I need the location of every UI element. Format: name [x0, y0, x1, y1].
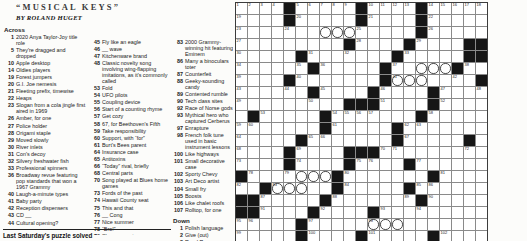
- puzzle-title: “MUSICAL KEYS”: [16, 2, 236, 12]
- clue-text: Song played at Blues home games: [102, 178, 169, 190]
- clue: 40Laugh-a-minute types: [3, 192, 86, 198]
- grid-cell: 12: [392, 3, 403, 14]
- grid-cell: 69: [296, 147, 307, 158]
- grid-cell-circled: [320, 27, 331, 38]
- grid-cell-circled: [392, 219, 403, 230]
- clue: 29Moved slowly: [3, 138, 86, 144]
- grid-cell: [464, 231, 475, 241]
- clue-text: Kitchenware brand: [102, 54, 169, 60]
- grid-cell: [284, 99, 295, 110]
- grid-cell: [236, 111, 247, 122]
- grid-cell: [296, 123, 307, 134]
- cell-number: 100: [309, 231, 316, 235]
- grid-cell: 68: [236, 147, 247, 158]
- cell-number: 62: [405, 123, 409, 127]
- clue-text: Origami staple: [16, 131, 86, 137]
- clue: 86Many a binoculars toter: [172, 59, 233, 71]
- grid-cell: 33: [404, 51, 415, 62]
- grid-cell: 7: [320, 3, 331, 14]
- black-square: [344, 99, 355, 110]
- grid-cell: [320, 75, 331, 86]
- grid-cell: [308, 15, 319, 26]
- grid-cell: [248, 39, 259, 50]
- clue: 28Origami staple: [3, 131, 86, 137]
- grid-cell: [416, 87, 427, 98]
- puzzle-header: “MUSICAL KEYS” BY ROLAND HUGET: [16, 2, 236, 21]
- grid-cell: [380, 231, 391, 241]
- grid-cell: [296, 111, 307, 122]
- grid-cell: [404, 87, 415, 98]
- grid-cell: [464, 75, 475, 86]
- grid-cell: [308, 39, 319, 50]
- grid-cell: [440, 51, 451, 62]
- grid-cell: [416, 147, 427, 158]
- grid-cell: 50: [308, 99, 319, 110]
- grid-cell: [332, 87, 343, 98]
- cell-number: 12: [393, 3, 397, 7]
- black-square: [296, 219, 307, 230]
- clue: 26Amber, for one: [3, 116, 86, 122]
- clue-text: Silvery freshwater fish: [16, 159, 86, 165]
- clue-number: 29: [3, 138, 16, 144]
- grid-cell: [284, 219, 295, 230]
- cell-number: 39: [237, 75, 241, 79]
- clue-text: Boosts: [185, 194, 233, 200]
- grid-cell: [440, 147, 451, 158]
- clue: 46__ wave: [89, 47, 169, 53]
- grid-cell-circled: [320, 171, 331, 182]
- cell-number: 1: [237, 3, 239, 7]
- grid-cell: [296, 207, 307, 218]
- clue-number: 26: [3, 116, 16, 122]
- grid-cell: 36: [320, 63, 331, 74]
- cell-number: 55: [345, 111, 349, 115]
- cell-number: 96: [249, 219, 253, 223]
- grid-cell: [476, 219, 487, 230]
- cell-number: 70: [381, 147, 385, 151]
- grid-cell: [476, 99, 487, 110]
- grid-cell: [272, 87, 283, 98]
- grid-cell: [452, 99, 463, 110]
- clue: 70Song played at Blues home games: [89, 178, 169, 190]
- grid-cell: 22: [428, 15, 439, 26]
- clue: 33Professional spinners: [3, 166, 86, 172]
- clue-text: Amber, for one: [16, 116, 86, 122]
- cell-number: 60: [249, 123, 253, 127]
- clue-number: 27: [3, 124, 16, 130]
- cell-number: 78: [249, 171, 253, 175]
- clue: 20G.I. Joe nemesis: [3, 82, 86, 88]
- grid-cell: [320, 183, 331, 194]
- clue-number: 102: [172, 172, 185, 178]
- cell-number: 74: [297, 159, 301, 163]
- clue-number: 58: [89, 122, 102, 128]
- grid-cell: [476, 123, 487, 134]
- grid-cell-circled: 83: [272, 183, 283, 194]
- grid-cell: [248, 27, 259, 38]
- clue: 105Boosts: [172, 194, 233, 200]
- grid-cell: [392, 111, 403, 122]
- grid-cell: [404, 63, 415, 74]
- newspaper-crossword-page: “MUSICAL KEYS” BY ROLAND HUGET Across 12…: [0, 0, 527, 241]
- grid-cell: 66: [320, 135, 331, 146]
- cell-number: 66: [321, 135, 325, 139]
- grid-cell: 81: [440, 171, 451, 182]
- grid-cell: 5: [296, 3, 307, 14]
- grid-cell: [428, 207, 439, 218]
- grid-cell-circled: 98: [368, 219, 379, 230]
- black-square: [416, 15, 427, 26]
- grid-cell: [368, 123, 379, 134]
- black-square: [416, 111, 427, 122]
- grid-cell: [392, 195, 403, 206]
- clue-number: 14: [3, 68, 16, 74]
- grid-cell: [272, 195, 283, 206]
- grid-cell-circled: [332, 27, 343, 38]
- grid-cell: [380, 39, 391, 50]
- clue: 60Support, with “for”: [89, 136, 169, 142]
- grid-cell-circled: 41: [392, 75, 403, 86]
- clue-text: __ wave: [102, 47, 169, 53]
- clue-text: Broadway revue featuring pop standards t…: [16, 173, 86, 191]
- grid-cell: [416, 51, 427, 62]
- grid-cell-circled: [344, 27, 355, 38]
- grid-cell: [464, 207, 475, 218]
- grid-cell: [476, 147, 487, 158]
- cell-number: 22: [429, 15, 433, 19]
- grid-cell: [260, 15, 271, 26]
- grid-cell: [344, 75, 355, 86]
- grid-cell: 92: [320, 207, 331, 218]
- clue-text: Rolltop, for one: [185, 208, 233, 214]
- cell-number: 63: [417, 123, 421, 127]
- grid-cell: [260, 75, 271, 86]
- clue: 41Baby party: [3, 199, 86, 205]
- clue-number: 53: [89, 86, 102, 92]
- puzzle-byline: BY ROLAND HUGET: [16, 14, 236, 21]
- clue-text: Cultural opening?: [16, 221, 86, 227]
- grid-cell: [320, 147, 331, 158]
- clue-number: 32: [3, 159, 16, 165]
- grid-cell: [452, 27, 463, 38]
- grid-cell: [320, 159, 331, 170]
- grid-cell: [260, 51, 271, 62]
- black-square: [356, 147, 367, 158]
- clue: 31Con's decoy: [3, 152, 86, 158]
- grid-cell: 24: [284, 27, 295, 38]
- grid-cell: 28: [356, 39, 367, 50]
- clue-text: Fold: [102, 86, 169, 92]
- cell-number: 69: [297, 147, 301, 151]
- grid-cell: [260, 63, 271, 74]
- grid-cell-circled: [380, 219, 391, 230]
- clue-number: 87: [172, 72, 185, 78]
- grid-cell: 75: [356, 159, 367, 170]
- grid-cell: [308, 183, 319, 194]
- clue-number: 36: [3, 173, 16, 191]
- black-square: [320, 111, 331, 122]
- black-square: [392, 123, 403, 134]
- clue: 76__ Cong: [89, 213, 169, 219]
- grid-cell-circled: [296, 171, 307, 182]
- grid-cell: [248, 147, 259, 158]
- grid-cell: [476, 15, 487, 26]
- clue-text: Geeky-sounding candy: [185, 79, 233, 91]
- grid-cell: [380, 195, 391, 206]
- grid-cell: 43: [236, 87, 247, 98]
- clue-text: Many a binoculars toter: [185, 59, 233, 71]
- clue-text: 2000 Grammy-winning hit featuring Eminem: [185, 40, 233, 58]
- grid-cell: [368, 75, 379, 86]
- cell-number: 2: [249, 3, 251, 7]
- grid-cell: 25: [356, 27, 367, 38]
- grid-cell: [476, 207, 487, 218]
- grid-cell: [452, 147, 463, 158]
- cell-number: 13: [405, 3, 409, 7]
- grid-cell: [452, 183, 463, 194]
- across-clue-list-part2: 45Fly like an eagle46__ wave47Kitchenwar…: [89, 40, 169, 235]
- grid-cell: [272, 51, 283, 62]
- clue: 87Counterfeit: [172, 72, 233, 78]
- cell-number: 20: [297, 15, 301, 19]
- grid-cell: [308, 75, 319, 86]
- grid-cell: [332, 51, 343, 62]
- clue-number: 107: [172, 208, 185, 214]
- black-square: [284, 15, 295, 26]
- grid-cell: 46: [380, 87, 391, 98]
- clue-number: 105: [172, 194, 185, 200]
- grid-cell: [296, 99, 307, 110]
- clue-text: Get cozy: [102, 114, 169, 120]
- clue: 66“Today” rival, briefly: [89, 164, 169, 170]
- cell-number: 85: [417, 183, 421, 187]
- clue-number: 68: [89, 171, 102, 177]
- clue: 10Apple desktop: [3, 61, 86, 67]
- clue-text: Fords of the past: [102, 191, 169, 197]
- clue-text: Forest jumpers: [16, 75, 86, 81]
- grid-cell: [452, 219, 463, 230]
- clue-text: Race of Norse gods: [185, 106, 233, 112]
- grid-cell: [428, 159, 439, 170]
- clue-text: Like highways: [185, 152, 233, 158]
- cell-number: 73: [237, 159, 241, 163]
- grid-cell: 95: [236, 219, 247, 230]
- clue-text: Counterfeit: [185, 72, 233, 78]
- clue-number: 20: [3, 82, 16, 88]
- cell-number: 30: [237, 51, 241, 55]
- grid-cell: [344, 87, 355, 98]
- clue: 47Kitchenware brand: [89, 54, 169, 60]
- black-square: [332, 183, 343, 194]
- cell-number: 65: [309, 135, 313, 139]
- clue-number: 101: [172, 159, 185, 171]
- grid-cell: [368, 51, 379, 62]
- clue-number: 55: [89, 100, 102, 106]
- grid-cell: [464, 183, 475, 194]
- clue-number: 31: [3, 152, 16, 158]
- clue-text: UFO pilots: [102, 93, 169, 99]
- grid-cell: [464, 27, 475, 38]
- grid-cell: [428, 39, 439, 50]
- clue: 100Like highways: [172, 152, 233, 158]
- grid-cell: 14: [428, 3, 439, 14]
- black-square: [368, 99, 379, 110]
- clue-text: Central parts: [102, 171, 169, 177]
- clue: 55Coupling device: [89, 100, 169, 106]
- grid-cell: [260, 99, 271, 110]
- cell-number: 34: [237, 63, 241, 67]
- grid-cell: [356, 183, 367, 194]
- grid-cell: [272, 63, 283, 74]
- clue-text: Moved slowly: [16, 138, 86, 144]
- grid-cell: [476, 111, 487, 122]
- cell-number: 53: [261, 111, 265, 115]
- grid-cell: [356, 63, 367, 74]
- cell-number: 46: [381, 87, 385, 91]
- clue-number: 42: [3, 206, 16, 212]
- grid-cell: [272, 39, 283, 50]
- grid-cell: 42: [452, 75, 463, 86]
- black-square: [344, 147, 355, 158]
- grid-cell: 76: [368, 159, 379, 170]
- cell-number: 57: [369, 111, 373, 115]
- clue-number: 57: [89, 114, 102, 120]
- clue-number: 21: [3, 89, 16, 95]
- grid-cell: [272, 231, 283, 241]
- clue: 19Forest jumpers: [3, 75, 86, 81]
- last-saturday-solved-note: Last Saturday's puzzle solved: [3, 229, 171, 239]
- grid-cell: [440, 207, 451, 218]
- clue: 30River inlets: [3, 145, 86, 151]
- grid-cell-circled: [440, 63, 451, 74]
- cell-number: 44: [285, 87, 289, 91]
- grid-cell: 73: [236, 159, 247, 170]
- grid-cell: [404, 231, 415, 241]
- cell-number: 40: [297, 75, 301, 79]
- clue-text: Mythical hero who captured Cerberus: [185, 113, 233, 125]
- grid-cell: [452, 159, 463, 170]
- grid-cell: [380, 159, 391, 170]
- grid-cell: [260, 39, 271, 50]
- cell-number: 21: [369, 15, 373, 19]
- grid-cell: [464, 99, 475, 110]
- cell-number: 98: [369, 219, 373, 223]
- clue-number: 100: [172, 152, 185, 158]
- clue-text: Sporty Chevy: [185, 172, 233, 178]
- clue-number: 19: [3, 75, 16, 81]
- clue: 53Fold: [89, 86, 169, 92]
- grid-cell: 26: [428, 27, 439, 38]
- black-square: [392, 51, 403, 62]
- grid-cell: 62: [404, 123, 415, 134]
- cell-number: 25: [357, 27, 361, 31]
- grid-cell: [440, 15, 451, 26]
- grid-cell: [452, 195, 463, 206]
- clue-number: 56: [89, 107, 102, 113]
- grid-cell: 45: [320, 87, 331, 98]
- grid-cell: [380, 135, 391, 146]
- clue-number: 64: [89, 150, 102, 156]
- clue-text: Like chalet roofs: [185, 201, 233, 207]
- clue-number: 23: [3, 103, 16, 115]
- black-square: [464, 39, 475, 50]
- grid-cell: [380, 111, 391, 122]
- clue-number: 73: [89, 191, 102, 197]
- grid-cell: [284, 63, 295, 74]
- grid-cell: [308, 123, 319, 134]
- clue-number: 70: [89, 178, 102, 190]
- grid-cell: [356, 195, 367, 206]
- cell-number: 32: [345, 51, 349, 55]
- clue-text: Art Deco artist: [185, 179, 233, 185]
- grid-cell: [380, 15, 391, 26]
- black-square: [236, 195, 247, 206]
- black-square: [248, 207, 259, 218]
- black-square: [416, 27, 427, 38]
- clue: 65Antitoxins: [89, 157, 169, 163]
- grid-cell: [320, 51, 331, 62]
- grid-cell: [428, 219, 439, 230]
- grid-cell: [464, 111, 475, 122]
- cell-number: 9: [345, 3, 347, 7]
- grid-cell: [272, 135, 283, 146]
- clue-number: 41: [3, 199, 16, 205]
- clue-number: 5: [3, 48, 16, 60]
- cell-number: 10: [369, 3, 373, 7]
- cell-number: 3: [261, 3, 263, 7]
- black-square: [356, 231, 367, 241]
- clue-text: French folk tune used in basic instrumen…: [185, 133, 233, 151]
- clue-number: 92: [172, 106, 185, 112]
- black-square: [452, 63, 463, 74]
- grid-cell: 51: [380, 99, 391, 110]
- black-square: [356, 3, 367, 14]
- grid-cell: 99: [236, 231, 247, 241]
- clue: 103Art Deco artist: [172, 179, 233, 185]
- grid-cell: [356, 87, 367, 98]
- clue-column-3: 832000 Grammy-winning hit featuring Emin…: [172, 40, 233, 241]
- cell-number: 79: [285, 171, 289, 175]
- grid-cell: 32: [344, 51, 355, 62]
- black-square: [296, 51, 307, 62]
- grid-cell: [356, 171, 367, 182]
- clue-text: Professional spinners: [16, 166, 86, 172]
- down-clue-list: 1Polish language2Give (out)3Road Runner …: [172, 226, 233, 241]
- clue-number: 89: [172, 92, 185, 98]
- clue-number: 1: [172, 226, 185, 232]
- grid-cell: [464, 195, 475, 206]
- grid-cell: [248, 15, 259, 26]
- grid-cell: [368, 171, 379, 182]
- cell-number: 27: [237, 39, 241, 43]
- grid-cell: 30: [236, 51, 247, 62]
- black-square: [320, 195, 331, 206]
- grid-cell: 61: [332, 123, 343, 134]
- clue-text: Small decorative case: [185, 159, 233, 171]
- cell-number: 91: [261, 207, 265, 211]
- cell-number: 18: [477, 3, 481, 7]
- grid-cell: [440, 183, 451, 194]
- clue-text: Tech class sites: [185, 99, 233, 105]
- clue-number: 103: [172, 179, 185, 185]
- grid-cell: [272, 219, 283, 230]
- grid-cell: [464, 171, 475, 182]
- grid-cell: 4: [272, 3, 283, 14]
- cell-number: 26: [429, 27, 433, 31]
- grid-cell: [476, 27, 487, 38]
- grid-cell: [272, 99, 283, 110]
- grid-cell: 96: [248, 219, 259, 230]
